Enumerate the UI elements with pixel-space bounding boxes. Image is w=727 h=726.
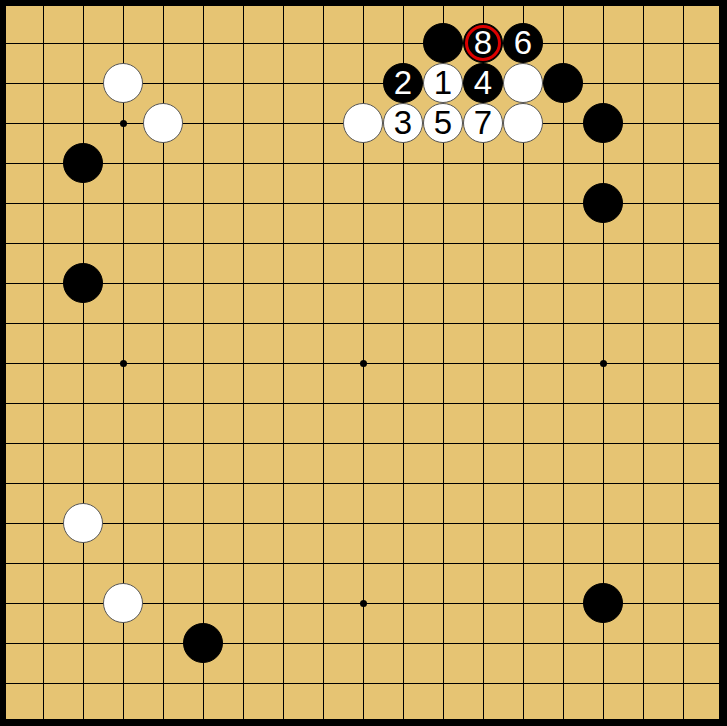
white-stone [343, 103, 383, 143]
move-number-label: 3 [394, 106, 412, 139]
black-stone: 2 [383, 63, 423, 103]
star-point [360, 360, 367, 367]
move-number-label: 8 [474, 26, 492, 59]
white-stone [503, 103, 543, 143]
white-stone: 3 [383, 103, 423, 143]
black-stone [543, 63, 583, 103]
move-number-label: 6 [514, 26, 532, 59]
move-number-label: 7 [474, 106, 492, 139]
star-point [120, 360, 127, 367]
star-point [120, 120, 127, 127]
white-stone [143, 103, 183, 143]
black-stone [63, 143, 103, 183]
star-point [600, 360, 607, 367]
white-stone: 5 [423, 103, 463, 143]
move-number-label: 4 [474, 66, 492, 99]
black-stone [583, 103, 623, 143]
move-number-label: 2 [394, 66, 412, 99]
white-stone [103, 63, 143, 103]
black-stone: 4 [463, 63, 503, 103]
black-stone [423, 23, 463, 63]
black-stone [63, 263, 103, 303]
move-number-label: 5 [434, 106, 452, 139]
white-stone: 7 [463, 103, 503, 143]
black-stone [183, 623, 223, 663]
white-stone [63, 503, 103, 543]
white-stone: 1 [423, 63, 463, 103]
white-stone [103, 583, 143, 623]
go-board[interactable]: 86214357 [0, 0, 727, 726]
black-stone [583, 183, 623, 223]
star-point [360, 600, 367, 607]
black-stone: 8 [463, 23, 503, 63]
black-stone: 6 [503, 23, 543, 63]
white-stone [503, 63, 543, 103]
move-number-label: 1 [434, 66, 452, 99]
black-stone [583, 583, 623, 623]
